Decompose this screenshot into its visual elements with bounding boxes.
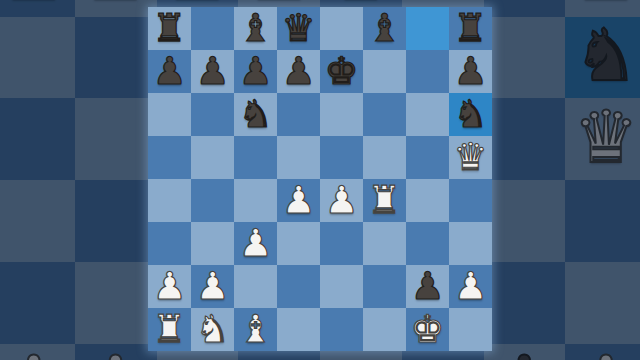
square-h5[interactable]: ♛ — [449, 136, 492, 179]
square-b1[interactable]: ♞ — [191, 308, 234, 351]
piece-black-pawn[interactable]: ♟ — [281, 52, 315, 90]
square-a1[interactable]: ♜ — [148, 308, 191, 351]
piece-white-pawn[interactable]: ♟ — [195, 267, 229, 305]
square-f1[interactable] — [363, 308, 406, 351]
bg-piece-white-pawn: ♟ — [574, 346, 639, 360]
square-h2[interactable]: ♟ — [449, 265, 492, 308]
piece-black-pawn[interactable]: ♟ — [410, 267, 444, 305]
square-g3[interactable] — [406, 222, 449, 265]
square-a3[interactable] — [148, 222, 191, 265]
piece-black-knight[interactable]: ♞ — [453, 95, 487, 133]
bg-piece-black-pawn: ♟ — [574, 0, 639, 10]
square-b2[interactable]: ♟ — [191, 265, 234, 308]
square-b5[interactable] — [191, 136, 234, 179]
bg-square-b5 — [75, 98, 157, 180]
piece-black-king[interactable]: ♚ — [324, 52, 358, 90]
piece-white-rook[interactable]: ♜ — [152, 310, 186, 348]
square-b3[interactable] — [191, 222, 234, 265]
bg-piece-black-pawn: ♟ — [492, 346, 557, 360]
bg-square-h3 — [565, 262, 640, 344]
bg-square-g4 — [484, 180, 566, 262]
square-e5[interactable] — [320, 136, 363, 179]
bg-square-a2: ♟ — [0, 344, 75, 360]
piece-black-queen[interactable]: ♛ — [281, 9, 315, 47]
square-e2[interactable] — [320, 265, 363, 308]
square-c2[interactable] — [234, 265, 277, 308]
bg-square-h4 — [565, 180, 640, 262]
piece-white-queen[interactable]: ♛ — [453, 138, 487, 176]
bg-square-a7: ♟ — [0, 0, 75, 17]
square-b4[interactable] — [191, 179, 234, 222]
square-g1[interactable]: ♚ — [406, 308, 449, 351]
square-d3[interactable] — [277, 222, 320, 265]
square-d1[interactable] — [277, 308, 320, 351]
piece-black-bishop[interactable]: ♝ — [367, 9, 401, 47]
square-h3[interactable] — [449, 222, 492, 265]
square-a6[interactable] — [148, 93, 191, 136]
square-a2[interactable]: ♟ — [148, 265, 191, 308]
bg-piece-black-pawn: ♟ — [83, 0, 148, 10]
square-a7[interactable]: ♟ — [148, 50, 191, 93]
square-d4[interactable]: ♟ — [277, 179, 320, 222]
square-f6[interactable] — [363, 93, 406, 136]
square-d5[interactable] — [277, 136, 320, 179]
piece-white-pawn[interactable]: ♟ — [281, 181, 315, 219]
piece-white-pawn[interactable]: ♟ — [238, 224, 272, 262]
square-c3[interactable]: ♟ — [234, 222, 277, 265]
piece-black-bishop[interactable]: ♝ — [238, 9, 272, 47]
piece-black-pawn[interactable]: ♟ — [152, 52, 186, 90]
bg-piece-black-pawn: ♟ — [2, 0, 67, 10]
square-c7[interactable]: ♟ — [234, 50, 277, 93]
square-f8[interactable]: ♝ — [363, 7, 406, 50]
bg-square-g7 — [484, 0, 566, 17]
square-a8[interactable]: ♜ — [148, 7, 191, 50]
piece-white-pawn[interactable]: ♟ — [453, 267, 487, 305]
bg-square-a4 — [0, 180, 75, 262]
piece-black-rook[interactable]: ♜ — [152, 9, 186, 47]
square-f2[interactable] — [363, 265, 406, 308]
square-f5[interactable] — [363, 136, 406, 179]
square-e4[interactable]: ♟ — [320, 179, 363, 222]
square-e6[interactable] — [320, 93, 363, 136]
square-e8[interactable] — [320, 7, 363, 50]
bg-piece-white-pawn: ♟ — [2, 346, 67, 360]
chess-board: ♜♝♛♝♜♟♟♟♟♚♟♞♞♛♟♟♜♟♟♟♟♟♜♞♝♚ — [148, 7, 492, 351]
square-b6[interactable] — [191, 93, 234, 136]
bg-square-a6 — [0, 17, 75, 99]
bg-square-h5: ♛ — [565, 98, 640, 180]
square-g6[interactable] — [406, 93, 449, 136]
video-frame: ♜♝♛♝♜♟♟♟♟♚♟♞♞♛♟♟♜♟♟♟♟♟♜♞♝♚ ♜♝♛♝♜♟♟♟♟♚♟♞♞… — [0, 0, 640, 360]
square-e3[interactable] — [320, 222, 363, 265]
square-b8[interactable] — [191, 7, 234, 50]
bg-square-b2: ♟ — [75, 344, 157, 360]
square-g8[interactable] — [406, 7, 449, 50]
square-e1[interactable] — [320, 308, 363, 351]
square-a4[interactable] — [148, 179, 191, 222]
square-d7[interactable]: ♟ — [277, 50, 320, 93]
bg-square-a3 — [0, 262, 75, 344]
square-g4[interactable] — [406, 179, 449, 222]
square-h1[interactable] — [449, 308, 492, 351]
piece-white-pawn[interactable]: ♟ — [152, 267, 186, 305]
square-c6[interactable]: ♞ — [234, 93, 277, 136]
square-d2[interactable] — [277, 265, 320, 308]
piece-black-pawn[interactable]: ♟ — [238, 52, 272, 90]
piece-black-rook[interactable]: ♜ — [453, 9, 487, 47]
bg-square-h2: ♟ — [565, 344, 640, 360]
square-a5[interactable] — [148, 136, 191, 179]
bg-square-h7: ♟ — [565, 0, 640, 17]
square-f3[interactable] — [363, 222, 406, 265]
bg-square-g2: ♟ — [484, 344, 566, 360]
bg-square-g3 — [484, 262, 566, 344]
bg-square-b4 — [75, 180, 157, 262]
bg-piece-white-queen: ♛ — [574, 101, 639, 173]
square-c1[interactable]: ♝ — [234, 308, 277, 351]
piece-white-rook[interactable]: ♜ — [367, 181, 401, 219]
square-g5[interactable] — [406, 136, 449, 179]
bg-piece-white-pawn: ♟ — [83, 346, 148, 360]
square-c5[interactable] — [234, 136, 277, 179]
square-d8[interactable]: ♛ — [277, 7, 320, 50]
bg-square-b7: ♟ — [75, 0, 157, 17]
square-h6[interactable]: ♞ — [449, 93, 492, 136]
piece-black-knight[interactable]: ♞ — [238, 95, 272, 133]
square-g7[interactable] — [406, 50, 449, 93]
square-h4[interactable] — [449, 179, 492, 222]
bg-square-b3 — [75, 262, 157, 344]
square-f7[interactable] — [363, 50, 406, 93]
bg-square-g6 — [484, 17, 566, 99]
square-c4[interactable] — [234, 179, 277, 222]
square-d6[interactable] — [277, 93, 320, 136]
square-h7[interactable]: ♟ — [449, 50, 492, 93]
square-g2[interactable]: ♟ — [406, 265, 449, 308]
bg-square-a5 — [0, 98, 75, 180]
square-h8[interactable]: ♜ — [449, 7, 492, 50]
square-e7[interactable]: ♚ — [320, 50, 363, 93]
bg-square-h6: ♞ — [565, 17, 640, 99]
piece-white-bishop[interactable]: ♝ — [238, 310, 272, 348]
bg-square-g5 — [484, 98, 566, 180]
piece-white-knight[interactable]: ♞ — [195, 310, 229, 348]
piece-black-pawn[interactable]: ♟ — [453, 52, 487, 90]
square-c8[interactable]: ♝ — [234, 7, 277, 50]
piece-black-pawn[interactable]: ♟ — [195, 52, 229, 90]
bg-square-b6 — [75, 17, 157, 99]
piece-white-pawn[interactable]: ♟ — [324, 181, 358, 219]
bg-piece-black-knight: ♞ — [574, 19, 639, 91]
square-f4[interactable]: ♜ — [363, 179, 406, 222]
piece-white-king[interactable]: ♚ — [410, 310, 444, 348]
square-b7[interactable]: ♟ — [191, 50, 234, 93]
